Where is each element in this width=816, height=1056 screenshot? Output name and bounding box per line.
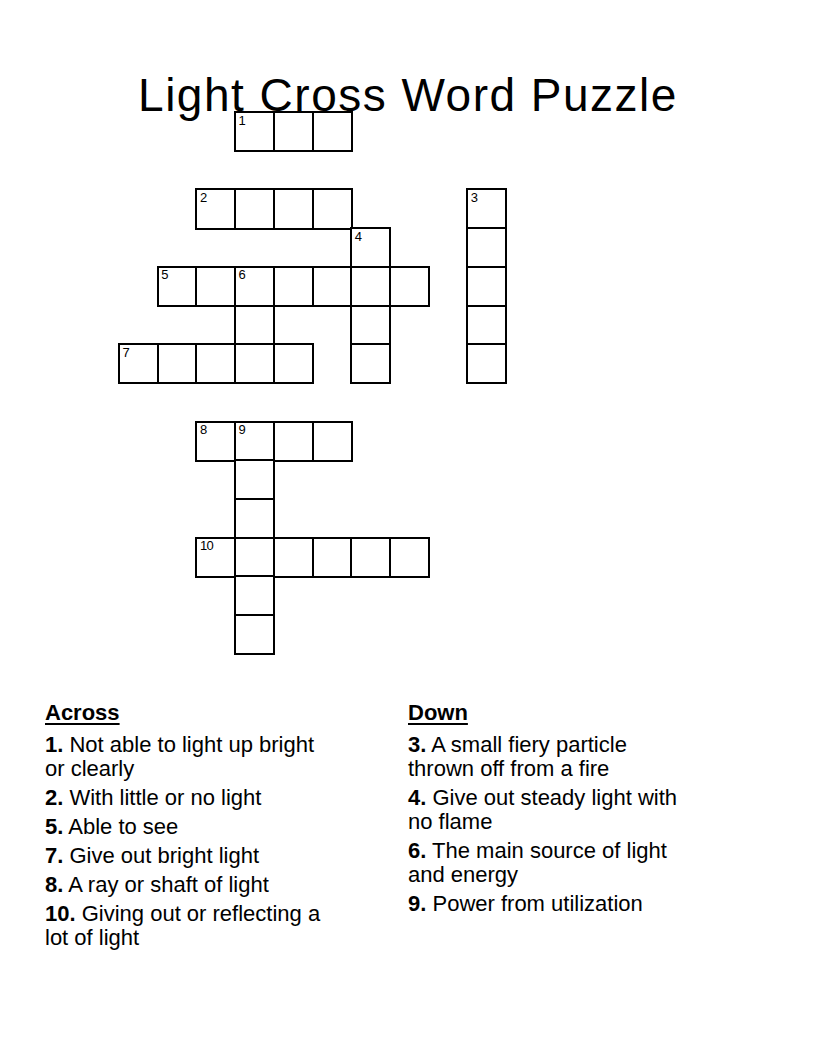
down-clues-list: 3. A small fiery particle thrown off fro… [408,733,690,916]
clue-item: 3. A small fiery particle thrown off fro… [408,733,690,781]
crossword-cell[interactable] [312,266,353,307]
crossword-cell[interactable] [312,537,353,578]
crossword-cell[interactable]: 10 [195,537,236,578]
crossword-cell[interactable] [466,266,507,307]
across-clues-section: Across 1. Not able to light up bright or… [45,701,327,955]
clue-item: 8. A ray or shaft of light [45,873,327,897]
crossword-cell[interactable] [234,614,275,655]
crossword-cell[interactable] [466,227,507,268]
clue-number: 1. [45,732,63,757]
clue-item: 7. Give out bright light [45,844,327,868]
crossword-cell[interactable] [389,266,430,307]
clue-number: 6. [408,838,426,863]
cell-number: 2 [200,191,207,205]
crossword-cell[interactable] [350,305,391,346]
clue-number: 4. [408,785,426,810]
cell-number: 4 [355,230,362,244]
cell-number: 9 [239,423,246,437]
clue-number: 2. [45,785,63,810]
cell-number: 3 [471,191,478,205]
crossword-cell[interactable] [234,498,275,539]
clue-item: 1. Not able to light up bright or clearl… [45,733,327,781]
crossword-cell[interactable] [157,343,198,384]
crossword-cell[interactable] [312,111,353,152]
crossword-cell[interactable] [350,537,391,578]
crossword-cell[interactable]: 3 [466,188,507,229]
crossword-cell[interactable] [234,575,275,616]
crossword-cell[interactable] [350,266,391,307]
cell-number: 6 [239,268,246,282]
cell-number: 5 [161,268,168,282]
clue-item: 5. Able to see [45,815,327,839]
clue-item: 9. Power from utilization [408,892,690,916]
cell-number: 7 [123,346,130,360]
clue-number: 8. [45,872,63,897]
clue-number: 10. [45,901,76,926]
clue-number: 9. [408,891,426,916]
crossword-cell[interactable] [234,188,275,229]
clue-item: 4. Give out steady light with no flame [408,786,690,834]
crossword-cell[interactable]: 6 [234,266,275,307]
crossword-cell[interactable] [234,305,275,346]
crossword-cell[interactable] [273,343,314,384]
crossword-cell[interactable] [273,537,314,578]
down-clues-section: Down 3. A small fiery particle thrown of… [408,701,690,921]
crossword-cell[interactable] [195,266,236,307]
crossword-cell[interactable]: 7 [118,343,159,384]
down-heading: Down [408,701,690,725]
crossword-cell[interactable]: 1 [234,111,275,152]
crossword-grid: 12345678910 [118,111,508,656]
crossword-cell[interactable]: 5 [157,266,198,307]
clue-item: 6. The main source of light and energy [408,839,690,887]
clue-number: 3. [408,732,426,757]
crossword-cell[interactable]: 2 [195,188,236,229]
crossword-cell[interactable] [312,188,353,229]
crossword-cell[interactable]: 8 [195,421,236,462]
crossword-cell[interactable] [234,537,275,578]
across-heading: Across [45,701,327,725]
crossword-cell[interactable] [273,421,314,462]
crossword-cell[interactable]: 9 [234,421,275,462]
crossword-cell[interactable] [234,459,275,500]
crossword-cell[interactable] [350,343,391,384]
clue-item: 2. With little or no light [45,786,327,810]
crossword-cell[interactable] [466,343,507,384]
crossword-cell[interactable] [312,421,353,462]
crossword-cell[interactable] [273,188,314,229]
crossword-cell[interactable]: 4 [350,227,391,268]
crossword-cell[interactable] [273,111,314,152]
clue-number: 5. [45,814,63,839]
crossword-cell[interactable] [234,343,275,384]
cell-number: 1 [239,114,246,128]
cell-number: 10 [200,539,213,553]
clue-item: 10. Giving out or reflecting a lot of li… [45,902,327,950]
crossword-cell[interactable] [466,305,507,346]
clue-number: 7. [45,843,63,868]
cell-number: 8 [200,423,207,437]
crossword-cell[interactable] [389,537,430,578]
crossword-cell[interactable] [273,266,314,307]
across-clues-list: 1. Not able to light up bright or clearl… [45,733,327,950]
crossword-cell[interactable] [195,343,236,384]
